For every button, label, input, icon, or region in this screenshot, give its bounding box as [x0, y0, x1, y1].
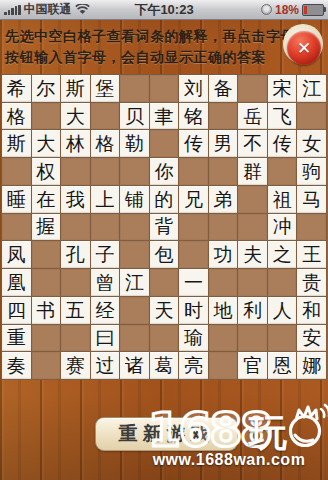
cell-r4c4	[91, 158, 121, 186]
cell-r3c4[interactable]: 格	[91, 130, 121, 158]
cell-r11c1[interactable]: 奏	[2, 352, 32, 380]
cell-r4c7	[179, 158, 209, 186]
cell-r6c2[interactable]: 握	[32, 214, 62, 242]
cell-r7c3[interactable]: 孔	[61, 241, 91, 269]
cell-r3c8[interactable]: 男	[209, 130, 239, 158]
cell-r2c2	[32, 103, 62, 131]
cell-r6c4	[91, 214, 121, 242]
cell-r1c2[interactable]: 尔	[32, 75, 62, 103]
chick-mascot-icon	[284, 402, 328, 456]
cell-r3c9[interactable]: 不	[238, 130, 268, 158]
cell-r3c2[interactable]: 大	[32, 130, 62, 158]
cell-r6c1	[2, 214, 32, 242]
cell-r5c2[interactable]: 在	[32, 186, 62, 214]
cell-r9c5	[120, 297, 150, 325]
cell-r9c6[interactable]: 天	[150, 297, 180, 325]
cell-r6c5	[120, 214, 150, 242]
cell-r11c10[interactable]: 恩	[268, 352, 298, 380]
cell-r10c3	[61, 325, 91, 353]
cell-r2c10[interactable]: 飞	[268, 103, 298, 131]
restart-button-label: 重新游戏	[119, 421, 215, 447]
cell-r9c8[interactable]: 地	[209, 297, 239, 325]
cell-r11c8	[209, 352, 239, 380]
cell-r4c2[interactable]: 权	[32, 158, 62, 186]
cell-r8c4[interactable]: 曾	[91, 269, 121, 297]
cell-r6c10[interactable]: 冲	[268, 214, 298, 242]
watermark-url: www.1688wan.com	[149, 451, 309, 469]
cell-r5c5[interactable]: 铺	[120, 186, 150, 214]
cell-r4c1	[2, 158, 32, 186]
cell-r8c10	[268, 269, 298, 297]
close-icon: ✕	[297, 38, 311, 59]
cell-r11c11[interactable]: 娜	[297, 352, 327, 380]
cell-r7c4[interactable]: 子	[91, 241, 121, 269]
cell-r5c7[interactable]: 兄	[179, 186, 209, 214]
cell-r4c5	[120, 158, 150, 186]
cell-r4c8	[209, 158, 239, 186]
cell-r1c8[interactable]: 备	[209, 75, 239, 103]
cell-r10c8	[209, 325, 239, 353]
cell-r2c5[interactable]: 贝	[120, 103, 150, 131]
cell-r10c7[interactable]: 瑜	[179, 325, 209, 353]
cell-r9c2[interactable]: 书	[32, 297, 62, 325]
cell-r9c10[interactable]: 人	[268, 297, 298, 325]
cell-r3c10[interactable]: 传	[268, 130, 298, 158]
cell-r2c11	[297, 103, 327, 131]
cell-r1c3[interactable]: 斯	[61, 75, 91, 103]
cell-r7c9[interactable]: 夫	[238, 241, 268, 269]
cell-r10c11[interactable]: 安	[297, 325, 327, 353]
watermark-suffix: 玩	[249, 408, 287, 459]
cell-r8c1[interactable]: 凰	[2, 269, 32, 297]
cell-r6c11	[297, 214, 327, 242]
instruction-line-1: 先选中空白格子查看词条的解释，再点击字母	[5, 26, 290, 47]
cell-r11c2	[32, 352, 62, 380]
cell-r2c3[interactable]: 大	[61, 103, 91, 131]
instruction-text: 先选中空白格子查看词条的解释，再点击字母 按钮输入首字母，会自动显示正确的答案	[5, 26, 290, 68]
cell-r9c9[interactable]: 利	[238, 297, 268, 325]
cell-r3c3[interactable]: 林	[61, 130, 91, 158]
cell-r7c5	[120, 241, 150, 269]
instruction-line-2: 按钮输入首字母，会自动显示正确的答案	[5, 47, 290, 68]
cell-r5c3[interactable]: 我	[61, 186, 91, 214]
cell-r7c1[interactable]: 凤	[2, 241, 32, 269]
cell-r4c3	[61, 158, 91, 186]
cell-r10c1[interactable]: 重	[2, 325, 32, 353]
cell-r7c11[interactable]: 王	[297, 241, 327, 269]
cell-r1c10[interactable]: 宋	[268, 75, 298, 103]
cell-r10c4[interactable]: 曰	[91, 325, 121, 353]
cell-r1c1[interactable]: 希	[2, 75, 32, 103]
cell-r7c6[interactable]: 包	[150, 241, 180, 269]
cell-r5c8[interactable]: 弟	[209, 186, 239, 214]
cell-r2c7[interactable]: 铭	[179, 103, 209, 131]
cell-r4c11[interactable]: 驹	[297, 158, 327, 186]
cell-r6c6[interactable]: 背	[150, 214, 180, 242]
cell-r1c7[interactable]: 刘	[179, 75, 209, 103]
cell-r7c2	[32, 241, 62, 269]
cell-r2c1[interactable]: 格	[2, 103, 32, 131]
cell-r8c3	[61, 269, 91, 297]
cell-r10c9	[238, 325, 268, 353]
cell-r11c6[interactable]: 葛	[150, 352, 180, 380]
status-bar: 中国联通 下午10:23 18%	[0, 0, 328, 20]
restart-button[interactable]: 重新游戏	[95, 417, 238, 451]
cell-r9c3[interactable]: 五	[61, 297, 91, 325]
cell-r7c8[interactable]: 功	[209, 241, 239, 269]
cell-r9c7[interactable]: 时	[179, 297, 209, 325]
cell-r5c9	[238, 186, 268, 214]
cell-r3c1[interactable]: 斯	[2, 130, 32, 158]
cell-r4c6[interactable]: 你	[150, 158, 180, 186]
close-button[interactable]: ✕	[282, 24, 326, 68]
cell-r8c7[interactable]: 一	[179, 269, 209, 297]
clock-label: 下午10:23	[0, 1, 328, 19]
cell-r8c5[interactable]: 江	[120, 269, 150, 297]
cell-r2c4	[91, 103, 121, 131]
cell-r10c10	[268, 325, 298, 353]
cell-r2c8	[209, 103, 239, 131]
cell-r11c7[interactable]: 亮	[179, 352, 209, 380]
cell-r10c5	[120, 325, 150, 353]
cell-r8c11[interactable]: 贵	[297, 269, 327, 297]
cell-r2c9[interactable]: 岳	[238, 103, 268, 131]
cell-r3c7[interactable]: 传	[179, 130, 209, 158]
cell-r5c11[interactable]: 马	[297, 186, 327, 214]
cell-r4c9[interactable]: 群	[238, 158, 268, 186]
cell-r3c6	[150, 130, 180, 158]
cell-r3c11[interactable]: 女	[297, 130, 327, 158]
cell-r8c9	[238, 269, 268, 297]
cell-r8c2	[32, 269, 62, 297]
cell-r11c5[interactable]: 诸	[120, 352, 150, 380]
cell-r9c11[interactable]: 和	[297, 297, 327, 325]
cell-r4c10	[268, 158, 298, 186]
cell-r7c7	[179, 241, 209, 269]
cell-r11c3[interactable]: 赛	[61, 352, 91, 380]
cell-r6c8	[209, 214, 239, 242]
cell-r11c9[interactable]: 官	[238, 352, 268, 380]
cell-r10c6	[150, 325, 180, 353]
cell-r1c4[interactable]: 堡	[91, 75, 121, 103]
crossword-board: 希尔斯堡刘备宋江格大贝聿铭岳飞斯大林格勒传男不传女权你群驹睡在我上铺的兄弟祖马握…	[1, 74, 327, 380]
cell-r1c11[interactable]: 江	[297, 75, 327, 103]
cell-r2c6[interactable]: 聿	[150, 103, 180, 131]
cell-r8c8	[209, 269, 239, 297]
cell-r9c1[interactable]: 四	[2, 297, 32, 325]
cell-r5c1[interactable]: 睡	[2, 186, 32, 214]
cell-r1c5	[120, 75, 150, 103]
cell-r6c3	[61, 214, 91, 242]
cell-r6c7	[179, 214, 209, 242]
cell-r10c2	[32, 325, 62, 353]
cell-r3c5[interactable]: 勒	[120, 130, 150, 158]
cell-r5c10[interactable]: 祖	[268, 186, 298, 214]
cell-r8c6	[150, 269, 180, 297]
cell-r6c9	[238, 214, 268, 242]
cell-r9c4[interactable]: 经	[91, 297, 121, 325]
cell-r7c10[interactable]: 之	[268, 241, 298, 269]
cell-r1c9	[238, 75, 268, 103]
cell-r1c6	[150, 75, 180, 103]
battery-icon	[302, 4, 324, 16]
cell-r5c4[interactable]: 上	[91, 186, 121, 214]
cell-r11c4[interactable]: 过	[91, 352, 121, 380]
cell-r5c6[interactable]: 的	[150, 186, 180, 214]
